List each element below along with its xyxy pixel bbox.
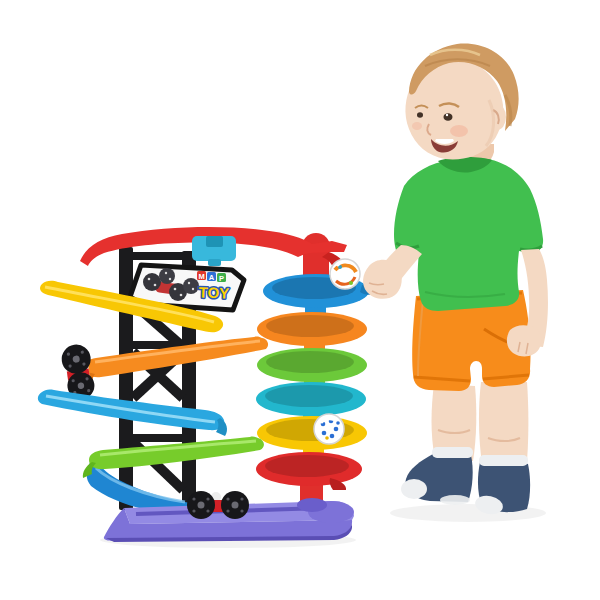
child-right-sock bbox=[473, 455, 530, 517]
child-left-arm bbox=[363, 245, 422, 299]
logo-block-letter-2: A bbox=[209, 273, 215, 282]
spiral-bowls bbox=[256, 259, 377, 490]
bowl-cyan bbox=[256, 382, 366, 416]
logo-wordmark: TOY bbox=[198, 283, 229, 301]
car-wheel bbox=[221, 491, 249, 519]
photo-canvas: M A P TOY bbox=[0, 0, 600, 600]
child-left-sock bbox=[401, 447, 473, 505]
frame-top-bar bbox=[119, 252, 196, 260]
child-left-hand bbox=[363, 260, 402, 299]
ball-clear-blue bbox=[314, 414, 344, 444]
bowl-yellow bbox=[257, 416, 367, 450]
logo-block-letter-1: M bbox=[198, 272, 204, 281]
child-eye-left bbox=[417, 112, 423, 118]
base-post-collar bbox=[297, 498, 327, 512]
product-photo: M A P TOY bbox=[0, 0, 600, 600]
ball-clear-orange bbox=[330, 259, 360, 289]
toy-ramp-tower: M A P TOY bbox=[38, 227, 377, 542]
car-wheel bbox=[187, 491, 215, 519]
bowl-orange bbox=[257, 312, 367, 346]
ramp-green bbox=[83, 437, 264, 478]
roof-clip bbox=[192, 236, 236, 266]
frame-rung-low bbox=[126, 434, 190, 442]
child-cheek-blush bbox=[450, 125, 468, 137]
child-shirt bbox=[394, 157, 543, 311]
bowl-blue bbox=[263, 274, 377, 308]
frame-left-post bbox=[119, 247, 133, 510]
bowl-red bbox=[256, 452, 362, 490]
child-head bbox=[405, 44, 518, 160]
child-right-hand bbox=[507, 325, 542, 356]
bowl-green bbox=[257, 348, 367, 382]
logo-block-letter-3: P bbox=[219, 274, 224, 283]
child-figure bbox=[363, 44, 548, 517]
